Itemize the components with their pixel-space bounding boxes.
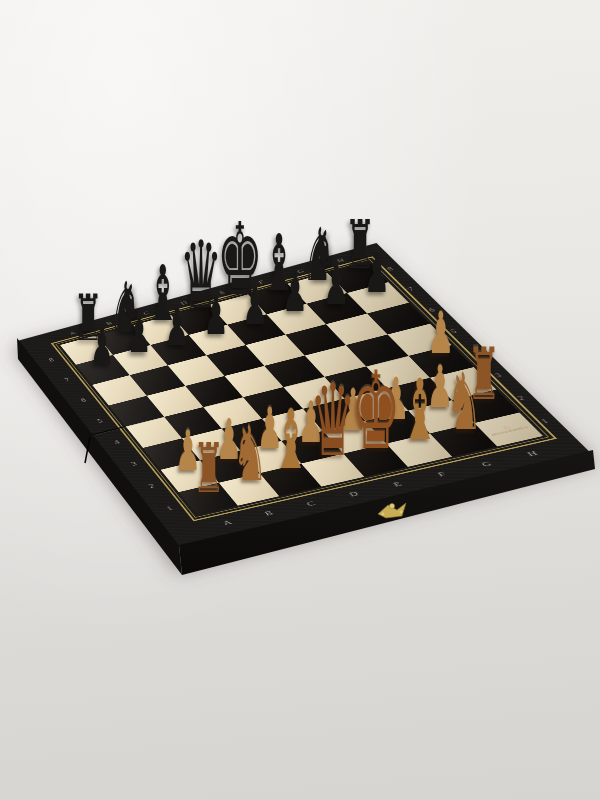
product-photo-stage: ♘ WOODGAMES AABBCCDDEEFFGGHH112233445566… <box>0 0 600 800</box>
left-face <box>17 338 182 575</box>
board-side-faces <box>0 0 600 800</box>
